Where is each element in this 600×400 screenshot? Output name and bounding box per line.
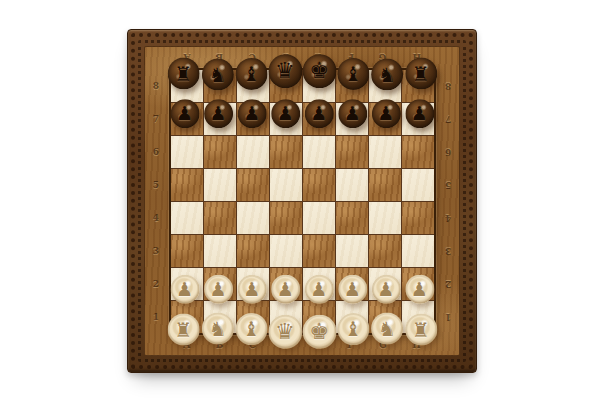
square-h1[interactable]: ♜ bbox=[402, 301, 434, 333]
square-b2[interactable]: ♟ bbox=[204, 268, 236, 300]
rank-label: 1 bbox=[445, 311, 451, 321]
board-squares: ♜♞♝♛♚♝♞♜♟♟♟♟♟♟♟♟♟♟♟♟♟♟♟♟♜♞♝♛♚♝♞♜ bbox=[169, 68, 436, 335]
white-pawn[interactable]: ♟ bbox=[204, 274, 233, 303]
black-pawn-glyph: ♟ bbox=[210, 104, 227, 123]
square-h2[interactable]: ♟ bbox=[402, 268, 434, 300]
rank-label: 1 bbox=[153, 311, 159, 321]
square-g6[interactable] bbox=[369, 136, 401, 168]
square-f3[interactable] bbox=[336, 235, 368, 267]
black-king[interactable]: ♚ bbox=[302, 54, 336, 88]
white-queen-glyph: ♛ bbox=[275, 320, 295, 342]
square-f5[interactable] bbox=[336, 169, 368, 201]
black-pawn-glyph: ♟ bbox=[310, 104, 327, 123]
square-c4[interactable] bbox=[237, 202, 269, 234]
black-pawn[interactable]: ♟ bbox=[170, 99, 199, 128]
chess-board: ABCDEFGH ABCDEFGH 87654321 87654321 ♜♞♝♛… bbox=[127, 29, 477, 373]
white-pawn-glyph: ♟ bbox=[210, 279, 227, 298]
square-c8[interactable]: ♝ bbox=[237, 70, 269, 102]
black-bishop[interactable]: ♝ bbox=[235, 57, 267, 89]
square-d4[interactable] bbox=[270, 202, 302, 234]
square-e6[interactable] bbox=[303, 136, 335, 168]
rank-label: 4 bbox=[153, 212, 159, 222]
square-f6[interactable] bbox=[336, 136, 368, 168]
black-knight[interactable]: ♞ bbox=[371, 58, 403, 90]
square-f4[interactable] bbox=[336, 202, 368, 234]
rank-label: 5 bbox=[153, 180, 159, 190]
black-pawn-glyph: ♟ bbox=[377, 104, 394, 123]
white-bishop-glyph: ♝ bbox=[344, 319, 362, 339]
rank-label: 7 bbox=[445, 114, 451, 124]
square-h7[interactable]: ♟ bbox=[402, 103, 434, 135]
black-pawn-glyph: ♟ bbox=[243, 104, 260, 123]
white-king[interactable]: ♚ bbox=[302, 314, 336, 348]
black-pawn[interactable]: ♟ bbox=[271, 99, 300, 128]
black-rook[interactable]: ♜ bbox=[167, 57, 199, 89]
square-d8[interactable]: ♛ bbox=[270, 70, 302, 102]
square-b4[interactable] bbox=[204, 202, 236, 234]
white-bishop[interactable]: ♝ bbox=[337, 313, 369, 345]
rank-label: 8 bbox=[153, 81, 159, 91]
square-f7[interactable]: ♟ bbox=[336, 103, 368, 135]
black-knight-glyph: ♞ bbox=[208, 64, 226, 84]
square-c7[interactable]: ♟ bbox=[237, 103, 269, 135]
white-pawn[interactable]: ♟ bbox=[170, 274, 199, 303]
square-h8[interactable]: ♜ bbox=[402, 70, 434, 102]
black-bishop-glyph: ♝ bbox=[344, 63, 362, 83]
white-rook-glyph: ♜ bbox=[174, 319, 192, 339]
white-rook[interactable]: ♜ bbox=[405, 313, 437, 345]
square-c1[interactable]: ♝ bbox=[237, 301, 269, 333]
square-g3[interactable] bbox=[369, 235, 401, 267]
black-knight[interactable]: ♞ bbox=[201, 58, 233, 90]
white-pawn[interactable]: ♟ bbox=[338, 274, 367, 303]
white-pawn[interactable]: ♟ bbox=[271, 274, 300, 303]
square-b3[interactable] bbox=[204, 235, 236, 267]
square-d7[interactable]: ♟ bbox=[270, 103, 302, 135]
black-pawn[interactable]: ♟ bbox=[405, 99, 434, 128]
square-e7[interactable]: ♟ bbox=[303, 103, 335, 135]
board-margin: ABCDEFGH ABCDEFGH 87654321 87654321 ♜♞♝♛… bbox=[144, 46, 460, 356]
white-pawn-glyph: ♟ bbox=[277, 279, 294, 298]
black-pawn[interactable]: ♟ bbox=[338, 99, 367, 128]
white-pawn-glyph: ♟ bbox=[243, 279, 260, 298]
white-knight[interactable]: ♞ bbox=[371, 312, 403, 344]
square-h5[interactable] bbox=[402, 169, 434, 201]
square-f2[interactable]: ♟ bbox=[336, 268, 368, 300]
black-queen[interactable]: ♛ bbox=[268, 54, 302, 88]
black-rook-glyph: ♜ bbox=[174, 63, 192, 83]
rank-label: 2 bbox=[153, 278, 159, 288]
square-e5[interactable] bbox=[303, 169, 335, 201]
rank-label: 3 bbox=[445, 245, 451, 255]
square-e1[interactable]: ♚ bbox=[303, 301, 335, 333]
square-e3[interactable] bbox=[303, 235, 335, 267]
black-king-glyph: ♚ bbox=[309, 60, 329, 82]
rank-label: 6 bbox=[445, 147, 451, 157]
square-b6[interactable] bbox=[204, 136, 236, 168]
black-knight-glyph: ♞ bbox=[378, 64, 396, 84]
square-e2[interactable]: ♟ bbox=[303, 268, 335, 300]
square-f8[interactable]: ♝ bbox=[336, 70, 368, 102]
square-h6[interactable] bbox=[402, 136, 434, 168]
black-pawn-glyph: ♟ bbox=[411, 104, 428, 123]
white-pawn-glyph: ♟ bbox=[377, 279, 394, 298]
square-d1[interactable]: ♛ bbox=[270, 301, 302, 333]
square-a3[interactable] bbox=[171, 235, 203, 267]
square-b7[interactable]: ♟ bbox=[204, 103, 236, 135]
black-bishop-glyph: ♝ bbox=[242, 63, 260, 83]
square-a7[interactable]: ♟ bbox=[171, 103, 203, 135]
rank-label: 5 bbox=[445, 180, 451, 190]
white-pawn-glyph: ♟ bbox=[411, 279, 428, 298]
black-pawn[interactable]: ♟ bbox=[371, 99, 400, 128]
black-pawn[interactable]: ♟ bbox=[237, 99, 266, 128]
black-pawn[interactable]: ♟ bbox=[304, 99, 333, 128]
white-queen[interactable]: ♛ bbox=[268, 314, 302, 348]
square-e8[interactable]: ♚ bbox=[303, 70, 335, 102]
white-knight-glyph: ♞ bbox=[378, 318, 396, 338]
square-g5[interactable] bbox=[369, 169, 401, 201]
square-a6[interactable] bbox=[171, 136, 203, 168]
square-a1[interactable]: ♜ bbox=[171, 301, 203, 333]
white-pawn-glyph: ♟ bbox=[344, 279, 361, 298]
square-g8[interactable]: ♞ bbox=[369, 70, 401, 102]
white-rook-glyph: ♜ bbox=[412, 319, 430, 339]
square-a2[interactable]: ♟ bbox=[171, 268, 203, 300]
rank-label: 3 bbox=[153, 245, 159, 255]
square-g2[interactable]: ♟ bbox=[369, 268, 401, 300]
square-a4[interactable] bbox=[171, 202, 203, 234]
black-pawn[interactable]: ♟ bbox=[204, 99, 233, 128]
white-bishop-glyph: ♝ bbox=[242, 319, 260, 339]
white-rook[interactable]: ♜ bbox=[167, 313, 199, 345]
rank-labels-right: 87654321 bbox=[440, 70, 456, 333]
square-c2[interactable]: ♟ bbox=[237, 268, 269, 300]
square-d3[interactable] bbox=[270, 235, 302, 267]
white-pawn[interactable]: ♟ bbox=[371, 274, 400, 303]
square-c6[interactable] bbox=[237, 136, 269, 168]
square-g7[interactable]: ♟ bbox=[369, 103, 401, 135]
white-pawn-glyph: ♟ bbox=[176, 279, 193, 298]
square-f1[interactable]: ♝ bbox=[336, 301, 368, 333]
square-d6[interactable] bbox=[270, 136, 302, 168]
black-rook[interactable]: ♜ bbox=[405, 57, 437, 89]
square-d2[interactable]: ♟ bbox=[270, 268, 302, 300]
square-a8[interactable]: ♜ bbox=[171, 70, 203, 102]
black-pawn-glyph: ♟ bbox=[277, 104, 294, 123]
black-bishop[interactable]: ♝ bbox=[337, 57, 369, 89]
black-queen-glyph: ♛ bbox=[275, 60, 295, 82]
white-pawn[interactable]: ♟ bbox=[405, 274, 434, 303]
black-pawn-glyph: ♟ bbox=[344, 104, 361, 123]
square-c5[interactable] bbox=[237, 169, 269, 201]
square-e4[interactable] bbox=[303, 202, 335, 234]
black-rook-glyph: ♜ bbox=[412, 63, 430, 83]
rank-label: 8 bbox=[445, 81, 451, 91]
square-d5[interactable] bbox=[270, 169, 302, 201]
square-a5[interactable] bbox=[171, 169, 203, 201]
white-pawn[interactable]: ♟ bbox=[237, 274, 266, 303]
square-b8[interactable]: ♞ bbox=[204, 70, 236, 102]
rank-label: 2 bbox=[445, 278, 451, 288]
square-g1[interactable]: ♞ bbox=[369, 301, 401, 333]
square-c3[interactable] bbox=[237, 235, 269, 267]
rank-label: 6 bbox=[153, 147, 159, 157]
white-pawn[interactable]: ♟ bbox=[304, 274, 333, 303]
square-b5[interactable] bbox=[204, 169, 236, 201]
white-knight-glyph: ♞ bbox=[208, 318, 226, 338]
white-pawn-glyph: ♟ bbox=[310, 279, 327, 298]
square-h4[interactable] bbox=[402, 202, 434, 234]
rank-label: 7 bbox=[153, 114, 159, 124]
white-knight[interactable]: ♞ bbox=[201, 312, 233, 344]
square-b1[interactable]: ♞ bbox=[204, 301, 236, 333]
photo-background: ABCDEFGH ABCDEFGH 87654321 87654321 ♜♞♝♛… bbox=[0, 0, 600, 400]
rank-labels-left: 87654321 bbox=[148, 70, 164, 333]
square-g4[interactable] bbox=[369, 202, 401, 234]
square-h3[interactable] bbox=[402, 235, 434, 267]
white-king-glyph: ♚ bbox=[309, 320, 329, 342]
black-pawn-glyph: ♟ bbox=[176, 104, 193, 123]
rank-label: 4 bbox=[445, 212, 451, 222]
white-bishop[interactable]: ♝ bbox=[235, 313, 267, 345]
